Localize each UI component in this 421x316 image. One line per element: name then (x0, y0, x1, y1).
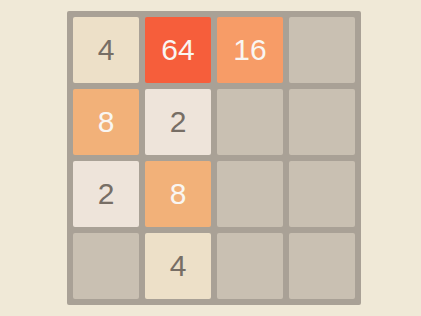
empty-cell-r4c3 (217, 233, 283, 299)
tile-4-r1c1: 4 (73, 17, 139, 83)
empty-cell-r1c4 (289, 17, 355, 83)
tile-8-r3c2: 8 (145, 161, 211, 227)
game-board-2048[interactable]: 4641682284 (67, 11, 361, 305)
empty-cell-r3c4 (289, 161, 355, 227)
tile-16-r1c3: 16 (217, 17, 283, 83)
empty-cell-r4c4 (289, 233, 355, 299)
tile-2-r3c1: 2 (73, 161, 139, 227)
empty-cell-r3c3 (217, 161, 283, 227)
tile-64-r1c2: 64 (145, 17, 211, 83)
tile-4-r4c2: 4 (145, 233, 211, 299)
empty-cell-r2c4 (289, 89, 355, 155)
empty-cell-r4c1 (73, 233, 139, 299)
page: { "game": "2048", "position": { "rows": … (0, 0, 421, 316)
empty-cell-r2c3 (217, 89, 283, 155)
tile-2-r2c2: 2 (145, 89, 211, 155)
tile-8-r2c1: 8 (73, 89, 139, 155)
